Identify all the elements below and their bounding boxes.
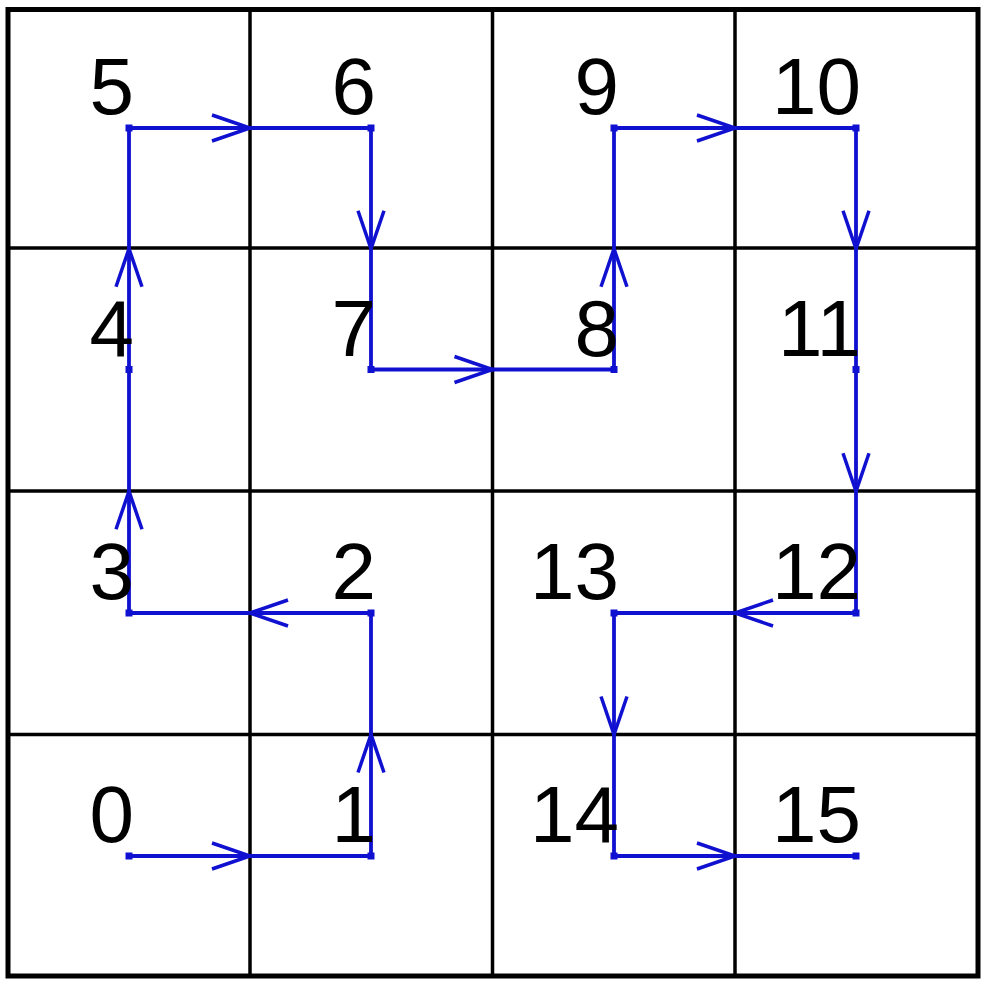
cell-label-13: 13 bbox=[530, 527, 619, 616]
cell-label-6: 6 bbox=[332, 42, 377, 131]
cell-label-12: 12 bbox=[772, 527, 861, 616]
cell-label-14: 14 bbox=[530, 770, 619, 859]
cell-label-5: 5 bbox=[90, 42, 135, 131]
hilbert-curve-diagram: 0123456789101112131415 bbox=[0, 0, 983, 981]
cell-label-1: 1 bbox=[332, 770, 377, 859]
cell-label-11: 11 bbox=[778, 284, 861, 373]
cell-label-8: 8 bbox=[575, 284, 620, 373]
cell-label-7: 7 bbox=[332, 284, 377, 373]
cell-label-15: 15 bbox=[772, 770, 861, 859]
board: 0123456789101112131415 bbox=[0, 0, 983, 981]
cell-label-0: 0 bbox=[90, 770, 135, 859]
cell-label-2: 2 bbox=[332, 527, 377, 616]
cell-label-9: 9 bbox=[575, 42, 620, 131]
cell-label-10: 10 bbox=[772, 42, 861, 131]
cell-label-3: 3 bbox=[90, 527, 135, 616]
cell-label-4: 4 bbox=[90, 284, 135, 373]
